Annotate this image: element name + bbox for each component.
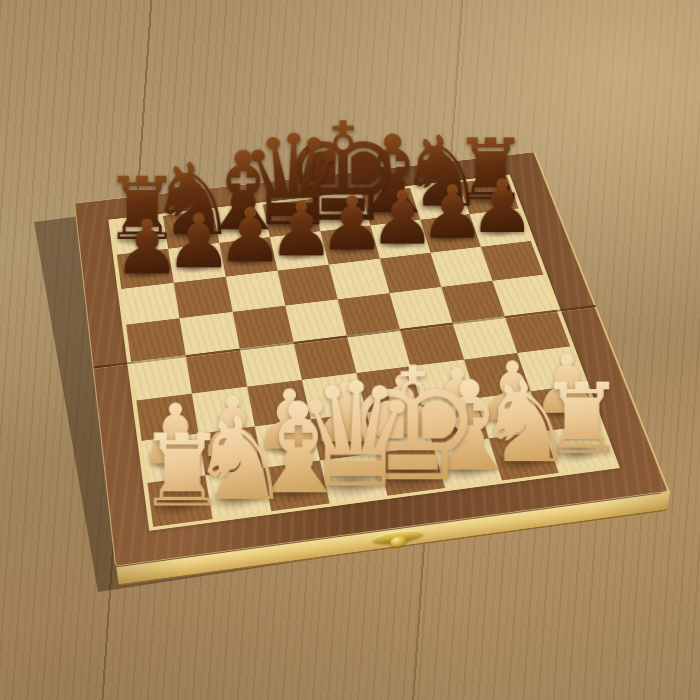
brass-clasp[interactable] xyxy=(373,528,423,545)
clasp-knob-icon[interactable] xyxy=(390,535,406,548)
table-surface: ♜♞♝♛♚♝♞♜♟♟♟♟♟♟♟♟♟♟♟♟♟♟♟♟♜♞♝♛♚♝♞♜ xyxy=(0,0,700,700)
chess-board: ♜♞♝♛♚♝♞♜♟♟♟♟♟♟♟♟♟♟♟♟♟♟♟♟♜♞♝♛♚♝♞♜ xyxy=(74,152,668,567)
